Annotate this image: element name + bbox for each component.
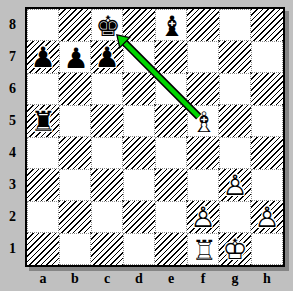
- square-c8[interactable]: ♚: [91, 9, 123, 41]
- square-c7[interactable]: ♟: [91, 41, 123, 73]
- square-b6[interactable]: [59, 73, 91, 105]
- file-label-f: f: [187, 268, 219, 290]
- square-h3[interactable]: [251, 169, 283, 201]
- square-d5[interactable]: [123, 105, 155, 137]
- square-g7[interactable]: [219, 41, 251, 73]
- square-d6[interactable]: [123, 73, 155, 105]
- square-d8[interactable]: [123, 9, 155, 41]
- square-g3[interactable]: ♟♙: [219, 169, 251, 201]
- square-e8[interactable]: ♝: [155, 9, 187, 41]
- rank-label-7: 7: [0, 41, 25, 73]
- board-frame: ♚♝♟♟♟♜♝♗♟♙♟♙♟♙♜♖♚♔: [25, 7, 285, 267]
- file-label-g: g: [219, 268, 251, 290]
- square-f8[interactable]: [187, 9, 219, 41]
- white-king-outline: ♔: [219, 233, 251, 265]
- white-pawn[interactable]: ♟♙: [187, 201, 219, 233]
- square-e3[interactable]: [155, 169, 187, 201]
- square-h8[interactable]: [251, 9, 283, 41]
- black-pawn[interactable]: ♟: [60, 42, 92, 74]
- square-a8[interactable]: [27, 9, 59, 41]
- square-h1[interactable]: [251, 233, 283, 265]
- black-king-glyph: ♚: [92, 10, 124, 42]
- square-h6[interactable]: [251, 73, 283, 105]
- square-e6[interactable]: [155, 73, 187, 105]
- square-d1[interactable]: [123, 233, 155, 265]
- square-c6[interactable]: [91, 73, 123, 105]
- square-g6[interactable]: [219, 73, 251, 105]
- square-a6[interactable]: [27, 73, 59, 105]
- square-h5[interactable]: [251, 105, 283, 137]
- square-d3[interactable]: [123, 169, 155, 201]
- square-e4[interactable]: [155, 137, 187, 169]
- chess-diagram: 87654321 ♚♝♟♟♟♜♝♗♟♙♟♙♟♙♜♖♚♔ abcdefgh: [0, 0, 293, 291]
- square-f7[interactable]: [187, 41, 219, 73]
- white-bishop-outline: ♗: [188, 106, 220, 138]
- square-f6[interactable]: [187, 73, 219, 105]
- white-rook[interactable]: ♜♖: [188, 234, 220, 266]
- square-h2[interactable]: ♟♙: [251, 201, 283, 233]
- black-pawn-glyph: ♟: [91, 41, 123, 73]
- black-pawn[interactable]: ♟: [91, 41, 123, 73]
- black-pawn[interactable]: ♟: [27, 41, 59, 73]
- square-e1[interactable]: [155, 233, 187, 265]
- file-label-c: c: [91, 268, 123, 290]
- square-d7[interactable]: [123, 41, 155, 73]
- file-labels: abcdefgh: [27, 268, 283, 290]
- square-a2[interactable]: [27, 201, 59, 233]
- square-a4[interactable]: [27, 137, 59, 169]
- file-label-d: d: [123, 268, 155, 290]
- chess-board: ♚♝♟♟♟♜♝♗♟♙♟♙♟♙♜♖♚♔: [27, 9, 283, 265]
- rank-labels: 87654321: [0, 9, 25, 265]
- square-g2[interactable]: [219, 201, 251, 233]
- rank-label-2: 2: [0, 201, 25, 233]
- rank-label-8: 8: [0, 9, 25, 41]
- file-label-a: a: [27, 268, 59, 290]
- square-h7[interactable]: [251, 41, 283, 73]
- square-f5[interactable]: ♝♗: [187, 105, 219, 137]
- white-pawn-outline: ♙: [219, 169, 251, 201]
- square-f2[interactable]: ♟♙: [187, 201, 219, 233]
- file-label-e: e: [155, 268, 187, 290]
- rank-label-4: 4: [0, 137, 25, 169]
- white-rook-outline: ♖: [188, 234, 220, 266]
- square-b3[interactable]: [59, 169, 91, 201]
- square-c4[interactable]: [91, 137, 123, 169]
- file-label-h: h: [251, 268, 283, 290]
- square-b2[interactable]: [59, 201, 91, 233]
- square-e2[interactable]: [155, 201, 187, 233]
- square-a3[interactable]: [27, 169, 59, 201]
- black-rook[interactable]: ♜: [27, 105, 59, 137]
- square-b8[interactable]: [59, 9, 91, 41]
- square-h4[interactable]: [251, 137, 283, 169]
- square-b5[interactable]: [59, 105, 91, 137]
- black-pawn-glyph: ♟: [27, 41, 59, 73]
- square-d2[interactable]: [123, 201, 155, 233]
- square-f4[interactable]: [187, 137, 219, 169]
- file-label-b: b: [59, 268, 91, 290]
- white-king[interactable]: ♚♔: [219, 233, 251, 265]
- white-pawn-outline: ♙: [251, 201, 283, 233]
- black-bishop-glyph: ♝: [156, 10, 188, 42]
- square-e7[interactable]: [155, 41, 187, 73]
- black-pawn-glyph: ♟: [60, 42, 92, 74]
- square-g8[interactable]: [219, 9, 251, 41]
- white-pawn[interactable]: ♟♙: [251, 201, 283, 233]
- square-b1[interactable]: [59, 233, 91, 265]
- white-pawn[interactable]: ♟♙: [219, 169, 251, 201]
- square-a5[interactable]: ♜: [27, 105, 59, 137]
- square-c2[interactable]: [91, 201, 123, 233]
- square-c1[interactable]: [91, 233, 123, 265]
- square-a7[interactable]: ♟: [27, 41, 59, 73]
- square-d4[interactable]: [123, 137, 155, 169]
- white-pawn-outline: ♙: [187, 201, 219, 233]
- black-rook-glyph: ♜: [27, 105, 59, 137]
- square-g1[interactable]: ♚♔: [219, 233, 251, 265]
- square-a1[interactable]: [27, 233, 59, 265]
- square-c5[interactable]: [91, 105, 123, 137]
- square-g5[interactable]: [219, 105, 251, 137]
- rank-label-6: 6: [0, 73, 25, 105]
- rank-label-1: 1: [0, 233, 25, 265]
- rank-label-3: 3: [0, 169, 25, 201]
- square-b4[interactable]: [59, 137, 91, 169]
- square-f1[interactable]: ♜♖: [187, 233, 219, 265]
- square-e5[interactable]: [155, 105, 187, 137]
- square-f3[interactable]: [187, 169, 219, 201]
- square-g4[interactable]: [219, 137, 251, 169]
- rank-label-5: 5: [0, 105, 25, 137]
- black-king[interactable]: ♚: [92, 10, 124, 42]
- white-bishop[interactable]: ♝♗: [188, 106, 220, 138]
- square-c3[interactable]: [91, 169, 123, 201]
- black-bishop[interactable]: ♝: [156, 10, 188, 42]
- square-b7[interactable]: ♟: [59, 41, 91, 73]
